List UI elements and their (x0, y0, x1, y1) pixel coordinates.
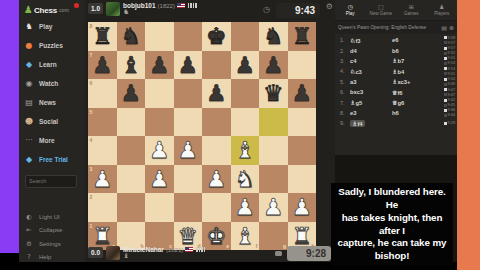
new-game-tab-icon: □ (378, 4, 384, 10)
square-g8[interactable]: ♞ (259, 22, 288, 51)
square-e3[interactable]: ♟ (202, 165, 231, 194)
square-g2[interactable]: ♟ (259, 193, 288, 222)
black-pawn[interactable]: ♟ (231, 51, 260, 80)
square-a4[interactable]: 4 (88, 136, 117, 165)
square-h7[interactable] (288, 51, 317, 80)
sidebar-item-collapse-label: Collapse (39, 227, 62, 233)
square-f5[interactable] (231, 108, 260, 137)
sidebar-item-news-label: News (39, 99, 56, 106)
move-number: 1. (340, 37, 350, 43)
sidebar-item-play[interactable]: ♞Play (24, 17, 85, 36)
square-d8[interactable] (174, 22, 203, 51)
move-row-6[interactable]: 6.bxc3♕f69:479:47 (335, 87, 457, 97)
tab-players[interactable]: ♟Players (427, 0, 458, 20)
opening-name: Queen's Pawn Opening: English Defense (338, 25, 439, 30)
square-g7[interactable]: ♟ (259, 51, 288, 80)
sidebar-item-social-label: Social (39, 118, 58, 125)
black-rook[interactable]: ♜ (288, 22, 317, 51)
settings-icon: ⚙ (24, 239, 34, 249)
square-h5[interactable] (288, 108, 317, 137)
move-times: 9:509:49 (444, 77, 455, 86)
white-pawn[interactable]: ♟ (202, 165, 231, 194)
white-move[interactable]: ♘c3 (350, 68, 392, 75)
top-player-score: 1.0 (88, 3, 103, 14)
tab-players-label: Players (434, 11, 449, 16)
figurine-B: ♗ (392, 57, 397, 64)
caption-overlay: Sadly, I blundered here. Hehas takes kni… (331, 183, 453, 266)
us-flag-icon (185, 247, 193, 252)
white-move[interactable]: e3 (350, 110, 392, 116)
sidebar-item-settings-label: Settings (39, 241, 61, 247)
square-a7[interactable]: 7♟ (88, 51, 117, 80)
black-pawn[interactable]: ♟ (259, 51, 288, 80)
square-a5[interactable]: 5 (88, 108, 117, 137)
black-move[interactable]: ♗xc3+ (392, 78, 434, 85)
social-icon: ☻ (24, 117, 34, 127)
sidebar-item-watch[interactable]: ◉Watch (24, 74, 85, 93)
square-a2[interactable]: 2 (88, 193, 117, 222)
white-move[interactable]: bxc3 (350, 89, 392, 95)
black-bishop[interactable]: ♝ (117, 51, 146, 80)
white-bishop[interactable]: ♝ (231, 136, 260, 165)
top-player-bar: 1.0 bobjub101 (1822) ♞ ◷ 9:43 ⚙ (86, 0, 334, 20)
square-c8[interactable] (145, 22, 174, 51)
puzzles-icon: ● (24, 41, 34, 51)
white-move[interactable]: c4 (350, 58, 392, 64)
news-icon: ▤ (24, 98, 34, 108)
move-row-2[interactable]: 2.d4b69:579:55 (335, 45, 457, 55)
tab-new-game-label: New Game (369, 11, 392, 16)
black-move[interactable]: ♗b4 (392, 68, 434, 75)
figurine-Q: ♕ (392, 89, 397, 96)
move-row-9[interactable]: 9.♗f49:28 (335, 118, 457, 128)
opening-row: Queen's Pawn Opening: English Defense ▤ … (335, 21, 457, 34)
black-queen[interactable]: ♛ (259, 79, 288, 108)
square-f3[interactable]: ♞ (231, 165, 260, 194)
black-move[interactable]: e6 (392, 37, 434, 43)
square-c5[interactable] (145, 108, 174, 137)
move-times: 9:539:51 (444, 67, 455, 76)
move-times: 9:479:47 (444, 88, 455, 97)
search-input[interactable] (25, 175, 77, 188)
black-pawn[interactable]: ♟ (145, 51, 174, 80)
white-move[interactable]: ♗f4 (350, 120, 392, 127)
play-tab-icon: ◷ (348, 4, 353, 10)
panel-tabs: ◷Play□New Game⊞Games♟Players (335, 0, 457, 21)
square-d4[interactable]: ♟ (174, 136, 203, 165)
black-move[interactable]: ♕g6 (392, 99, 434, 106)
sidebar-item-help-label: Help (39, 254, 51, 260)
square-h6[interactable]: ♟ (288, 79, 317, 108)
tab-games-label: Games (404, 11, 419, 16)
tab-play[interactable]: ◷Play (335, 0, 366, 20)
move-row-3[interactable]: 3.c4♗b79:559:53 (335, 56, 457, 66)
figurine-N: ♘ (350, 68, 355, 75)
black-pawn[interactable]: ♟ (117, 79, 146, 108)
black-move[interactable]: h6 (392, 110, 434, 116)
square-b3[interactable] (117, 165, 146, 194)
video-thumbnail-frame: ♟ Chess .com ♞Play●Puzzles◆Learn◉Watch▤N… (0, 0, 480, 270)
collapse-icon: ⇤ (24, 225, 34, 235)
square-f2[interactable]: ♟ (231, 193, 260, 222)
bottom-player-score: 0.0 (88, 247, 103, 258)
black-pawn[interactable]: ♟ (288, 79, 317, 108)
sidebar-item-social[interactable]: ☻Social (24, 112, 85, 131)
square-c2[interactable] (145, 193, 174, 222)
tab-play-label: Play (346, 11, 355, 16)
square-h8[interactable]: ♜ (288, 22, 317, 51)
square-a3[interactable]: 3♟ (88, 165, 117, 194)
right-orange-stripe (457, 0, 480, 270)
tab-games[interactable]: ⊞Games (396, 0, 427, 20)
move-number: 4. (340, 68, 350, 74)
bottom-player-bar: 0.0 MiracleNahar (1821) ♝ 9:28 (86, 244, 334, 264)
white-move[interactable]: ♗g5 (350, 99, 392, 106)
black-rook[interactable]: ♜ (88, 22, 117, 51)
more-icon: ··· (24, 136, 34, 146)
square-b7[interactable]: ♝ (117, 51, 146, 80)
black-pawn[interactable]: ♟ (88, 51, 117, 80)
move-times: 9:559:53 (444, 56, 455, 65)
square-d5[interactable] (174, 108, 203, 137)
square-g4[interactable] (259, 136, 288, 165)
square-g3[interactable] (259, 165, 288, 194)
square-d3[interactable] (174, 165, 203, 194)
move-list: 1.♘f3e69:589:572.d4b69:579:553.c4♗b79:55… (335, 34, 457, 129)
opening-book-icon[interactable]: ▤ (441, 24, 447, 31)
move-number: 9. (340, 120, 350, 126)
square-e6[interactable]: ♟ (202, 79, 231, 108)
white-knight[interactable]: ♞ (231, 165, 260, 194)
square-g5[interactable] (259, 108, 288, 137)
active-clock-icon: ◷ (263, 6, 270, 14)
white-pawn[interactable]: ♟ (145, 136, 174, 165)
square-a6[interactable]: 6 (88, 79, 117, 108)
chess-board: 8♜♞♚♞♜7♟♝♟♟♟♟6♟♟♛♟54♟♟♝3♟♟♟♞2♟♟♟1a♜bcd♛e… (88, 22, 316, 250)
move-row-5[interactable]: 5.a3♗xc3+9:509:49 (335, 77, 457, 87)
bottom-player-captured-pieces: ♝ (123, 253, 205, 260)
rank-label-6: 6 (90, 80, 93, 86)
square-e4[interactable] (202, 136, 231, 165)
sidebar-item-more-label: More (39, 137, 55, 144)
sidebar-item-news[interactable]: ▤News (24, 93, 85, 112)
white-move[interactable]: ♘f3 (350, 37, 392, 44)
sidebar-item-learn-label: Learn (39, 61, 57, 68)
black-king[interactable]: ♚ (202, 22, 231, 51)
sidebar: ♟ Chess .com ♞Play●Puzzles◆Learn◉Watch▤N… (19, 0, 85, 262)
rank-label-4: 4 (90, 137, 93, 143)
rating-bars-icon (196, 247, 205, 252)
sidebar-item-puzzles[interactable]: ●Puzzles (24, 36, 85, 55)
move-number: 5. (340, 79, 350, 85)
black-move[interactable]: ♗b7 (392, 57, 434, 64)
sidebar-item-more[interactable]: ···More (24, 131, 85, 150)
square-a8[interactable]: 8♜ (88, 22, 117, 51)
square-d6[interactable] (174, 79, 203, 108)
sidebar-item-help[interactable]: ?Help (24, 251, 62, 265)
move-row-8[interactable]: 8.e3h69:369:44 (335, 108, 457, 118)
white-move[interactable]: a3 (350, 79, 392, 85)
black-knight[interactable]: ♞ (117, 22, 146, 51)
black-move[interactable]: b6 (392, 48, 434, 54)
move-row-1[interactable]: 1.♘f3e69:589:57 (335, 35, 457, 45)
chat-bubble-icon[interactable] (275, 251, 282, 256)
white-pawn[interactable]: ♟ (231, 193, 260, 222)
square-b2[interactable] (117, 193, 146, 222)
logo-pawn-icon: ♟ (24, 5, 33, 15)
square-c6[interactable] (145, 79, 174, 108)
white-pawn[interactable]: ♟ (259, 193, 288, 222)
square-e5[interactable] (202, 108, 231, 137)
top-player-captured-pieces: ♞ (123, 9, 197, 16)
rank-label-2: 2 (90, 194, 93, 200)
bottom-player-rating: (1821) (166, 247, 183, 253)
move-times: 9:369:44 (444, 108, 455, 117)
square-f6[interactable] (231, 79, 260, 108)
white-pawn[interactable]: ♟ (145, 165, 174, 194)
rank-label-5: 5 (90, 109, 93, 115)
players-tab-icon: ♟ (439, 4, 444, 10)
figurine-B: ♗ (392, 78, 397, 85)
play-knight-icon: ♞ (24, 22, 34, 32)
square-b6[interactable]: ♟ (117, 79, 146, 108)
white-move[interactable]: d4 (350, 48, 392, 54)
rating-bars-icon (188, 3, 197, 8)
help-icon: ? (24, 252, 34, 262)
square-c3[interactable]: ♟ (145, 165, 174, 194)
figurine-Q: ♕ (392, 99, 397, 106)
sidebar-item-settings[interactable]: ⚙Settings (24, 237, 62, 251)
figurine-N: ♘ (350, 37, 355, 44)
diamond-icon: ◆ (24, 155, 34, 165)
move-number: 2. (340, 48, 350, 54)
left-purple-stripe (0, 0, 19, 253)
top-player-rating: (1822) (158, 3, 175, 9)
board-column: 1.0 bobjub101 (1822) ♞ ◷ 9:43 ⚙ 8♜♞♚♞♜7♟… (85, 0, 335, 262)
notification-badge (74, 3, 79, 8)
square-h2[interactable]: ♟ (288, 193, 317, 222)
move-times: 9:589:57 (444, 36, 455, 45)
move-times: 9:429:45 (444, 98, 455, 107)
move-row-7[interactable]: 7.♗g5♕g69:429:45 (335, 97, 457, 107)
square-d2[interactable] (174, 193, 203, 222)
square-b4[interactable] (117, 136, 146, 165)
board-settings-gear-icon[interactable]: ⚙ (326, 2, 333, 11)
sidebar-item-watch-label: Watch (39, 80, 58, 87)
black-pawn[interactable]: ♟ (202, 79, 231, 108)
caption-text: Sadly, I blundered here. Hehas takes kni… (331, 186, 453, 262)
logo-brand-text: Chess (34, 6, 57, 15)
sidebar-item-puzzles-label: Puzzles (39, 42, 63, 49)
us-flag-icon (177, 3, 185, 8)
move-number: 3. (340, 58, 350, 64)
sidebar-item-light-ui[interactable]: ◐Light UI (24, 210, 62, 224)
square-f8[interactable] (231, 22, 260, 51)
move-number: 7. (340, 100, 350, 106)
games-tab-icon: ⊞ (409, 4, 414, 10)
black-knight[interactable]: ♞ (259, 22, 288, 51)
learn-icon: ◆ (24, 60, 34, 70)
move-times: 9:579:55 (444, 46, 455, 55)
square-d7[interactable]: ♟ (174, 51, 203, 80)
square-c4[interactable]: ♟ (145, 136, 174, 165)
watch-icon: ◉ (24, 79, 34, 89)
sidebar-menu: ♞Play●Puzzles◆Learn◉Watch▤News☻Social···… (24, 17, 85, 150)
square-h4[interactable] (288, 136, 317, 165)
square-b8[interactable]: ♞ (117, 22, 146, 51)
square-f7[interactable]: ♟ (231, 51, 260, 80)
chesscom-logo[interactable]: ♟ Chess .com (24, 3, 85, 17)
tab-new-game[interactable]: □New Game (366, 0, 397, 20)
sidebar-item-free-trial[interactable]: ◆ Free Trial (24, 150, 85, 169)
square-e2[interactable] (202, 193, 231, 222)
sidebar-footer: ◐Light UI⇤Collapse⚙Settings?Help (24, 210, 62, 264)
logo-tld-text: .com (58, 7, 69, 13)
move-number: 6. (340, 89, 350, 95)
square-b5[interactable] (117, 108, 146, 137)
white-pawn[interactable]: ♟ (88, 165, 117, 194)
bottom-player-name[interactable]: MiracleNahar (123, 246, 164, 253)
game-panel: ◷Play□New Game⊞Games♟Players Queen's Paw… (335, 0, 457, 155)
move-row-4[interactable]: 4.♘c3♗b49:539:51 (335, 66, 457, 76)
square-f4[interactable]: ♝ (231, 136, 260, 165)
bottom-player-avatar[interactable] (106, 246, 120, 260)
black-pawn[interactable]: ♟ (174, 51, 203, 80)
bottom-player-clock: 9:28 (287, 246, 331, 261)
white-pawn[interactable]: ♟ (288, 193, 317, 222)
sidebar-item-learn[interactable]: ◆Learn (24, 55, 85, 74)
close-opening-icon[interactable]: ⊗ (449, 24, 454, 31)
free-trial-label: Free Trial (39, 156, 68, 163)
sidebar-item-light-ui-label: Light UI (39, 214, 60, 220)
sidebar-item-play-label: Play (39, 23, 52, 30)
figurine-B: ♗ (392, 68, 397, 75)
figurine-B: ♗ (352, 120, 357, 127)
move-times: 9:28 (444, 121, 455, 125)
top-player-avatar[interactable] (106, 2, 120, 16)
top-player-clock: 9:43 (276, 3, 320, 18)
square-c7[interactable]: ♟ (145, 51, 174, 80)
square-g6[interactable]: ♛ (259, 79, 288, 108)
sidebar-item-collapse[interactable]: ⇤Collapse (24, 224, 62, 238)
square-e8[interactable]: ♚ (202, 22, 231, 51)
figurine-B: ♗ (350, 99, 355, 106)
white-pawn[interactable]: ♟ (174, 136, 203, 165)
light-ui-icon: ◐ (24, 212, 34, 222)
black-move[interactable]: ♕f6 (392, 89, 434, 96)
square-e7[interactable] (202, 51, 231, 80)
square-h3[interactable] (288, 165, 317, 194)
move-number: 8. (340, 110, 350, 116)
